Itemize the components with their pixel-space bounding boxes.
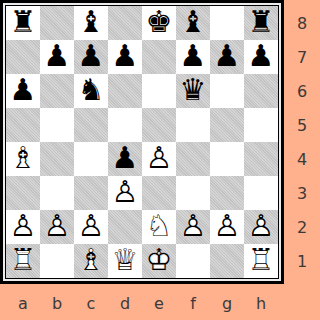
- white-rook-piece: ♜♖: [244, 244, 278, 278]
- rank-label-7: 7: [284, 40, 320, 74]
- white-pawn-piece: ♟♙: [176, 210, 210, 244]
- square-g7: ♟: [210, 40, 244, 74]
- square-f8: ♝: [176, 6, 210, 40]
- square-b4: [40, 142, 74, 176]
- square-e7: [142, 40, 176, 74]
- file-label-a: a: [6, 286, 40, 320]
- black-pawn-piece: ♟: [108, 40, 142, 74]
- square-g1: [210, 244, 244, 278]
- black-pawn-piece: ♟: [74, 40, 108, 74]
- black-king-piece: ♚: [142, 6, 176, 40]
- white-pawn-piece: ♟♙: [108, 176, 142, 210]
- square-h3: [244, 176, 278, 210]
- square-e3: [142, 176, 176, 210]
- square-e5: [142, 108, 176, 142]
- white-bishop-piece: ♝♗: [6, 142, 40, 176]
- square-c5: [74, 108, 108, 142]
- square-b6: [40, 74, 74, 108]
- square-c4: [74, 142, 108, 176]
- white-pawn-piece: ♟♙: [142, 142, 176, 176]
- black-pawn-piece: ♟: [210, 40, 244, 74]
- square-d4: ♟: [108, 142, 142, 176]
- square-h5: [244, 108, 278, 142]
- square-f6: ♛: [176, 74, 210, 108]
- square-c2: ♟♙: [74, 210, 108, 244]
- rank-label-2: 2: [284, 210, 320, 244]
- square-a7: [6, 40, 40, 74]
- black-bishop-piece: ♝: [176, 6, 210, 40]
- square-b1: [40, 244, 74, 278]
- square-b7: ♟: [40, 40, 74, 74]
- black-pawn-piece: ♟: [108, 142, 142, 176]
- black-rook-piece: ♜: [244, 6, 278, 40]
- square-a8: ♜: [6, 6, 40, 40]
- square-h1: ♜♖: [244, 244, 278, 278]
- black-pawn-piece: ♟: [176, 40, 210, 74]
- white-knight-piece: ♞♘: [142, 210, 176, 244]
- square-b5: [40, 108, 74, 142]
- square-e1: ♚♔: [142, 244, 176, 278]
- rank-label-4: 4: [284, 142, 320, 176]
- square-a3: [6, 176, 40, 210]
- file-label-d: d: [108, 286, 142, 320]
- chess-board-frame: ♜♝♚♝♜♟♟♟♟♟♟♟♞♛♝♗♟♟♙♟♙♟♙♟♙♟♙♞♘♟♙♟♙♟♙♜♖♝♗♛…: [0, 0, 284, 284]
- square-f5: [176, 108, 210, 142]
- black-queen-piece: ♛: [176, 74, 210, 108]
- white-pawn-piece: ♟♙: [6, 210, 40, 244]
- square-d3: ♟♙: [108, 176, 142, 210]
- square-g3: [210, 176, 244, 210]
- square-g2: ♟♙: [210, 210, 244, 244]
- square-f1: [176, 244, 210, 278]
- rank-label-6: 6: [284, 74, 320, 108]
- square-e8: ♚: [142, 6, 176, 40]
- file-label-c: c: [74, 286, 108, 320]
- square-g5: [210, 108, 244, 142]
- square-f2: ♟♙: [176, 210, 210, 244]
- file-label-f: f: [176, 286, 210, 320]
- rank-labels: 87654321: [284, 0, 320, 284]
- square-a5: [6, 108, 40, 142]
- square-d7: ♟: [108, 40, 142, 74]
- square-c3: [74, 176, 108, 210]
- square-h7: ♟: [244, 40, 278, 74]
- white-king-piece: ♚♔: [142, 244, 176, 278]
- square-a2: ♟♙: [6, 210, 40, 244]
- square-b8: [40, 6, 74, 40]
- square-h6: [244, 74, 278, 108]
- square-a4: ♝♗: [6, 142, 40, 176]
- rank-label-1: 1: [284, 244, 320, 278]
- black-pawn-piece: ♟: [6, 74, 40, 108]
- rank-label-3: 3: [284, 176, 320, 210]
- white-pawn-piece: ♟♙: [244, 210, 278, 244]
- file-labels: abcdefgh: [0, 286, 284, 320]
- black-knight-piece: ♞: [74, 74, 108, 108]
- square-a1: ♜♖: [6, 244, 40, 278]
- rank-label-5: 5: [284, 108, 320, 142]
- square-c8: ♝: [74, 6, 108, 40]
- black-pawn-piece: ♟: [244, 40, 278, 74]
- white-pawn-piece: ♟♙: [210, 210, 244, 244]
- square-f3: [176, 176, 210, 210]
- white-bishop-piece: ♝♗: [74, 244, 108, 278]
- square-h8: ♜: [244, 6, 278, 40]
- square-e6: [142, 74, 176, 108]
- square-b2: ♟♙: [40, 210, 74, 244]
- square-b3: [40, 176, 74, 210]
- white-queen-piece: ♛♕: [108, 244, 142, 278]
- square-h4: [244, 142, 278, 176]
- black-bishop-piece: ♝: [74, 6, 108, 40]
- square-h2: ♟♙: [244, 210, 278, 244]
- square-f7: ♟: [176, 40, 210, 74]
- black-pawn-piece: ♟: [40, 40, 74, 74]
- chess-diagram: ♜♝♚♝♜♟♟♟♟♟♟♟♞♛♝♗♟♟♙♟♙♟♙♟♙♟♙♞♘♟♙♟♙♟♙♜♖♝♗♛…: [0, 0, 320, 320]
- square-g6: [210, 74, 244, 108]
- square-d2: [108, 210, 142, 244]
- white-pawn-piece: ♟♙: [40, 210, 74, 244]
- file-label-e: e: [142, 286, 176, 320]
- square-d5: [108, 108, 142, 142]
- chess-board: ♜♝♚♝♜♟♟♟♟♟♟♟♞♛♝♗♟♟♙♟♙♟♙♟♙♟♙♞♘♟♙♟♙♟♙♜♖♝♗♛…: [5, 5, 279, 279]
- square-e4: ♟♙: [142, 142, 176, 176]
- square-d8: [108, 6, 142, 40]
- square-c6: ♞: [74, 74, 108, 108]
- square-c1: ♝♗: [74, 244, 108, 278]
- rank-label-8: 8: [284, 6, 320, 40]
- square-d1: ♛♕: [108, 244, 142, 278]
- file-label-b: b: [40, 286, 74, 320]
- black-rook-piece: ♜: [6, 6, 40, 40]
- square-g8: [210, 6, 244, 40]
- file-label-h: h: [244, 286, 278, 320]
- file-label-g: g: [210, 286, 244, 320]
- white-rook-piece: ♜♖: [6, 244, 40, 278]
- square-g4: [210, 142, 244, 176]
- white-pawn-piece: ♟♙: [74, 210, 108, 244]
- square-c7: ♟: [74, 40, 108, 74]
- square-e2: ♞♘: [142, 210, 176, 244]
- square-d6: [108, 74, 142, 108]
- square-f4: [176, 142, 210, 176]
- square-a6: ♟: [6, 74, 40, 108]
